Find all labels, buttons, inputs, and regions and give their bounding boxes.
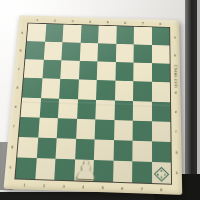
board-square[interactable]: [133, 45, 151, 64]
board-square[interactable]: [55, 138, 75, 159]
board-square[interactable]: [17, 137, 38, 158]
board-border: 12345678 12345678 abcdefgh abcdefgh Ches…: [4, 15, 183, 195]
board-square[interactable]: [41, 79, 61, 99]
coord-label: e: [14, 104, 17, 108]
coord-label: 2: [54, 18, 57, 22]
board-square[interactable]: [24, 59, 44, 78]
coord-label: 1: [36, 18, 39, 22]
board-square[interactable]: [97, 43, 115, 62]
white-pawn-glyph: ♟: [73, 157, 98, 184]
board-square[interactable]: [38, 117, 58, 138]
coord-label: 3: [62, 183, 65, 188]
board-square[interactable]: [133, 101, 152, 121]
board-square[interactable]: [96, 80, 115, 100]
board-square[interactable]: [152, 45, 170, 64]
coord-label: c: [18, 66, 20, 70]
board-square[interactable]: [35, 158, 56, 180]
board-square[interactable]: [115, 81, 134, 101]
board-square[interactable]: [77, 99, 96, 119]
coord-label: 6: [121, 185, 124, 190]
board-square[interactable]: [76, 119, 96, 140]
coord-label: b: [174, 53, 176, 57]
board-square[interactable]: [57, 118, 77, 139]
coord-label: 7: [142, 21, 144, 25]
board-square[interactable]: [60, 61, 79, 80]
board-square[interactable]: [42, 60, 61, 79]
board-square[interactable]: [95, 99, 114, 119]
photo-scene: 12345678 12345678 abcdefgh abcdefgh Ches…: [0, 0, 200, 200]
coord-label: e: [175, 110, 177, 115]
board-square[interactable]: [133, 82, 152, 102]
board-square[interactable]: [58, 98, 78, 118]
board-square[interactable]: [132, 161, 151, 183]
coord-label: 8: [160, 187, 163, 192]
board-square[interactable]: [116, 26, 134, 44]
coord-label: 5: [106, 20, 108, 24]
diamond-shape: ♚♛♞♜: [153, 166, 168, 181]
board-square[interactable]: [152, 101, 171, 121]
board-square[interactable]: [98, 26, 116, 44]
coord-label: 2: [43, 183, 46, 188]
board-square[interactable]: [39, 98, 59, 118]
coord-label: 6: [124, 20, 126, 24]
coord-label: 5: [101, 185, 104, 190]
board-square[interactable]: [152, 141, 171, 162]
coord-label: f: [176, 129, 177, 134]
board-square[interactable]: [21, 97, 41, 117]
board-square[interactable]: [113, 140, 132, 161]
board-square[interactable]: [27, 23, 46, 41]
coord-label: 1: [23, 182, 26, 187]
board-square[interactable]: [152, 63, 170, 82]
board-square[interactable]: [80, 25, 98, 43]
board-square[interactable]: [113, 161, 133, 183]
coord-label: f: [13, 124, 15, 129]
coord-label: g: [175, 150, 178, 155]
board-square[interactable]: [97, 62, 116, 81]
board-square[interactable]: [152, 82, 171, 102]
board-square[interactable]: [78, 80, 97, 100]
coord-label: 4: [89, 19, 91, 23]
board-square[interactable]: [115, 44, 133, 63]
board-square[interactable]: [19, 117, 39, 138]
board-square[interactable]: [132, 141, 151, 162]
brand-diamond-logo-icon: ♚♛♞♜: [154, 167, 168, 181]
coord-label: 8: [159, 22, 161, 26]
coord-label: a: [21, 30, 24, 34]
board-square[interactable]: [95, 119, 114, 140]
coords-right: abcdefgh: [172, 28, 180, 184]
coord-label: d: [16, 85, 19, 89]
board-square[interactable]: [54, 159, 74, 181]
board-square[interactable]: [134, 27, 152, 45]
chess-board[interactable]: 12345678 12345678 abcdefgh abcdefgh Ches…: [4, 15, 183, 195]
board-square[interactable]: [78, 61, 97, 80]
coord-label: a: [174, 35, 176, 39]
board-square[interactable]: [133, 63, 151, 82]
board-square[interactable]: [62, 25, 81, 43]
board-square[interactable]: [15, 157, 36, 179]
coord-label: b: [19, 48, 22, 52]
board-square[interactable]: [115, 62, 134, 81]
board-square[interactable]: [79, 43, 98, 62]
brand-edge-text: Chess.com: [173, 65, 178, 88]
board-square[interactable]: [36, 137, 56, 158]
board-square[interactable]: [43, 42, 62, 61]
coord-label: d: [174, 90, 176, 94]
shadow-right-band: [185, 0, 197, 200]
board-square[interactable]: [61, 42, 80, 61]
board-square[interactable]: [114, 100, 133, 120]
board-square[interactable]: [133, 120, 152, 141]
coord-label: 3: [71, 19, 74, 23]
board-square[interactable]: [25, 41, 44, 60]
coord-label: g: [11, 144, 14, 149]
board-square[interactable]: [152, 121, 171, 142]
coord-label: h: [9, 165, 12, 170]
board-square[interactable]: [22, 78, 42, 98]
coord-label: h: [176, 171, 179, 176]
board-square[interactable]: [59, 79, 78, 99]
board-square[interactable]: [45, 24, 64, 42]
coord-label: 4: [82, 184, 85, 189]
playing-area: ♚♛♞♜ ♟: [14, 23, 172, 185]
coord-label: 7: [140, 186, 143, 191]
board-square[interactable]: [152, 27, 170, 45]
board-square[interactable]: [114, 120, 133, 141]
